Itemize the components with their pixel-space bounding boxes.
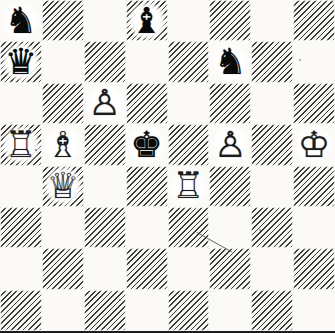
piece-wR-e4: ♖ bbox=[168, 166, 208, 206]
square-b6 bbox=[42, 83, 84, 124]
square-h2 bbox=[293, 248, 335, 289]
square-a7: ♛ bbox=[0, 41, 42, 82]
square-b5: ♗ bbox=[42, 124, 84, 165]
square-g7 bbox=[251, 41, 293, 82]
square-d2 bbox=[126, 248, 168, 289]
square-g1 bbox=[251, 290, 293, 331]
piece-wR-a5: ♖ bbox=[1, 125, 41, 165]
square-e1 bbox=[168, 290, 210, 331]
square-b1 bbox=[42, 290, 84, 331]
square-g3 bbox=[251, 207, 293, 248]
square-f4 bbox=[209, 166, 251, 207]
square-b2 bbox=[42, 248, 84, 289]
square-g2 bbox=[251, 248, 293, 289]
chess-diagram: ♞♝♛♞♙♖♗♚♙♔♕♖ bbox=[0, 0, 335, 333]
square-c7 bbox=[84, 41, 126, 82]
square-f2 bbox=[209, 248, 251, 289]
square-h7 bbox=[293, 41, 335, 82]
piece-wP-c6: ♙ bbox=[85, 83, 125, 123]
piece-bB-d8: ♝ bbox=[127, 1, 167, 41]
square-a4 bbox=[0, 166, 42, 207]
square-h8 bbox=[293, 0, 335, 41]
square-d3 bbox=[126, 207, 168, 248]
square-g4 bbox=[251, 166, 293, 207]
square-b3 bbox=[42, 207, 84, 248]
chess-board: ♞♝♛♞♙♖♗♚♙♔♕♖ bbox=[0, 0, 335, 333]
square-b4: ♕ bbox=[42, 166, 84, 207]
square-c8 bbox=[84, 0, 126, 41]
square-d7 bbox=[126, 41, 168, 82]
piece-wP-f5: ♙ bbox=[210, 125, 250, 165]
square-a8: ♞ bbox=[0, 0, 42, 41]
square-e4: ♖ bbox=[168, 166, 210, 207]
square-g5 bbox=[251, 124, 293, 165]
square-a3 bbox=[0, 207, 42, 248]
square-f5: ♙ bbox=[209, 124, 251, 165]
square-h5: ♔ bbox=[293, 124, 335, 165]
square-f8 bbox=[209, 0, 251, 41]
piece-wK-h5: ♔ bbox=[294, 125, 334, 165]
square-c2 bbox=[84, 248, 126, 289]
square-g6 bbox=[251, 83, 293, 124]
square-b8 bbox=[42, 0, 84, 41]
piece-wQ-b4: ♕ bbox=[43, 166, 83, 206]
piece-bK-d5: ♚ bbox=[127, 125, 167, 165]
square-e8 bbox=[168, 0, 210, 41]
square-c6: ♙ bbox=[84, 83, 126, 124]
square-f6 bbox=[209, 83, 251, 124]
piece-wB-b5: ♗ bbox=[43, 125, 83, 165]
square-e3 bbox=[168, 207, 210, 248]
square-f7: ♞ bbox=[209, 41, 251, 82]
square-d4 bbox=[126, 166, 168, 207]
square-c3 bbox=[84, 207, 126, 248]
square-a1 bbox=[0, 290, 42, 331]
square-f1 bbox=[209, 290, 251, 331]
square-h4 bbox=[293, 166, 335, 207]
square-a2 bbox=[0, 248, 42, 289]
square-d5: ♚ bbox=[126, 124, 168, 165]
square-d8: ♝ bbox=[126, 0, 168, 41]
square-h1 bbox=[293, 290, 335, 331]
square-c4 bbox=[84, 166, 126, 207]
square-b7 bbox=[42, 41, 84, 82]
piece-bN-a8: ♞ bbox=[1, 1, 41, 41]
square-e2 bbox=[168, 248, 210, 289]
square-d6 bbox=[126, 83, 168, 124]
square-d1 bbox=[126, 290, 168, 331]
square-g8 bbox=[251, 0, 293, 41]
square-e7 bbox=[168, 41, 210, 82]
piece-bQ-a7: ♛ bbox=[1, 42, 41, 82]
square-a6 bbox=[0, 83, 42, 124]
square-c1 bbox=[84, 290, 126, 331]
square-h3 bbox=[293, 207, 335, 248]
square-e5 bbox=[168, 124, 210, 165]
square-h6 bbox=[293, 83, 335, 124]
piece-bN-f7: ♞ bbox=[210, 42, 250, 82]
square-e6 bbox=[168, 83, 210, 124]
square-c5 bbox=[84, 124, 126, 165]
square-a5: ♖ bbox=[0, 124, 42, 165]
